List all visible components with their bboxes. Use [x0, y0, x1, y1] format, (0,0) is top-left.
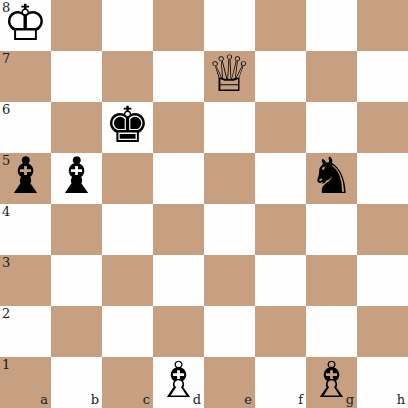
square-b5[interactable]: ♝ — [51, 153, 102, 204]
square-h7[interactable] — [357, 51, 408, 102]
square-e5[interactable] — [204, 153, 255, 204]
rank-label-6: 6 — [2, 103, 10, 117]
square-e3[interactable] — [204, 255, 255, 306]
white-king[interactable]: ♔ — [3, 0, 48, 49]
square-f7[interactable] — [255, 51, 306, 102]
square-e2[interactable] — [204, 306, 255, 357]
square-d1[interactable]: d♗ — [153, 357, 204, 408]
square-a5[interactable]: 5♝ — [0, 153, 51, 204]
square-f2[interactable] — [255, 306, 306, 357]
square-b2[interactable] — [51, 306, 102, 357]
square-h5[interactable] — [357, 153, 408, 204]
square-a8[interactable]: 8♔ — [0, 0, 51, 51]
rank-label-3: 3 — [2, 256, 10, 270]
file-label-a: a — [40, 393, 48, 407]
square-g6[interactable] — [306, 102, 357, 153]
black-bishop[interactable]: ♝ — [54, 151, 99, 202]
square-g5[interactable]: ♞ — [306, 153, 357, 204]
square-g3[interactable] — [306, 255, 357, 306]
file-label-e: e — [244, 393, 252, 407]
square-b4[interactable] — [51, 204, 102, 255]
square-c3[interactable] — [102, 255, 153, 306]
square-d2[interactable] — [153, 306, 204, 357]
white-bishop[interactable]: ♗ — [156, 355, 201, 406]
chess-board: 8♔7♕6♚5♝♝♞4321abcd♗efg♗h — [0, 0, 408, 408]
rank-label-2: 2 — [2, 307, 10, 321]
square-f8[interactable] — [255, 0, 306, 51]
square-c2[interactable] — [102, 306, 153, 357]
square-h3[interactable] — [357, 255, 408, 306]
rank-label-4: 4 — [2, 205, 10, 219]
square-h6[interactable] — [357, 102, 408, 153]
square-e8[interactable] — [204, 0, 255, 51]
square-b8[interactable] — [51, 0, 102, 51]
black-king[interactable]: ♚ — [105, 100, 150, 151]
file-label-f: f — [298, 393, 303, 407]
square-d7[interactable] — [153, 51, 204, 102]
square-a1[interactable]: 1a — [0, 357, 51, 408]
square-b1[interactable]: b — [51, 357, 102, 408]
square-h2[interactable] — [357, 306, 408, 357]
square-c4[interactable] — [102, 204, 153, 255]
square-d8[interactable] — [153, 0, 204, 51]
square-c6[interactable]: ♚ — [102, 102, 153, 153]
square-c1[interactable]: c — [102, 357, 153, 408]
square-d4[interactable] — [153, 204, 204, 255]
square-h4[interactable] — [357, 204, 408, 255]
square-c5[interactable] — [102, 153, 153, 204]
square-f6[interactable] — [255, 102, 306, 153]
square-a3[interactable]: 3 — [0, 255, 51, 306]
square-e4[interactable] — [204, 204, 255, 255]
square-g2[interactable] — [306, 306, 357, 357]
black-knight[interactable]: ♞ — [309, 151, 354, 202]
square-f1[interactable]: f — [255, 357, 306, 408]
square-c8[interactable] — [102, 0, 153, 51]
square-e1[interactable]: e — [204, 357, 255, 408]
square-b3[interactable] — [51, 255, 102, 306]
square-d6[interactable] — [153, 102, 204, 153]
square-a2[interactable]: 2 — [0, 306, 51, 357]
white-bishop[interactable]: ♗ — [309, 355, 354, 406]
file-label-b: b — [91, 393, 99, 407]
square-g1[interactable]: g♗ — [306, 357, 357, 408]
square-h1[interactable]: h — [357, 357, 408, 408]
square-a6[interactable]: 6 — [0, 102, 51, 153]
square-h8[interactable] — [357, 0, 408, 51]
square-f4[interactable] — [255, 204, 306, 255]
black-bishop[interactable]: ♝ — [3, 151, 48, 202]
square-b7[interactable] — [51, 51, 102, 102]
square-b6[interactable] — [51, 102, 102, 153]
file-label-c: c — [143, 393, 150, 407]
square-e6[interactable] — [204, 102, 255, 153]
file-label-h: h — [397, 393, 405, 407]
square-d5[interactable] — [153, 153, 204, 204]
square-c7[interactable] — [102, 51, 153, 102]
white-queen[interactable]: ♕ — [207, 49, 252, 100]
square-g4[interactable] — [306, 204, 357, 255]
rank-label-7: 7 — [2, 52, 10, 66]
square-e7[interactable]: ♕ — [204, 51, 255, 102]
square-a4[interactable]: 4 — [0, 204, 51, 255]
square-d3[interactable] — [153, 255, 204, 306]
square-g8[interactable] — [306, 0, 357, 51]
rank-label-1: 1 — [2, 358, 10, 372]
square-f5[interactable] — [255, 153, 306, 204]
square-f3[interactable] — [255, 255, 306, 306]
square-g7[interactable] — [306, 51, 357, 102]
square-a7[interactable]: 7 — [0, 51, 51, 102]
